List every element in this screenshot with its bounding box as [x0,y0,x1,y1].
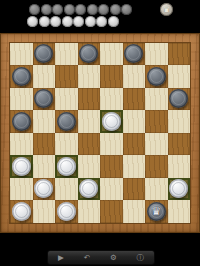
checkers-board: ♛ [0,33,200,233]
black-tray-piece [29,4,40,15]
square-r1c5[interactable] [100,43,123,66]
turn-indicator: ♛ [160,3,173,16]
black-tray-piece [64,4,75,15]
play-button[interactable]: ▶ [58,251,64,264]
black-man[interactable] [12,112,31,131]
square-r3c5[interactable] [100,88,123,111]
square-r8c7[interactable]: ♛ [145,200,168,223]
king-crown-icon: ♛ [151,206,161,217]
square-r5c4[interactable] [78,133,101,156]
black-tray-piece [41,4,52,15]
white-tray-piece [50,16,61,27]
square-r2c8[interactable] [168,65,191,88]
black-king[interactable]: ♛ [147,202,166,221]
square-r7c3[interactable] [55,178,78,201]
square-r7c4[interactable] [78,178,101,201]
white-man[interactable] [169,179,188,198]
square-r1c6[interactable] [123,43,146,66]
square-r7c1[interactable] [10,178,33,201]
square-r4c1[interactable] [10,110,33,133]
white-tray-piece [96,16,107,27]
square-r6c4[interactable] [78,155,101,178]
square-r3c2[interactable] [33,88,56,111]
square-r3c6[interactable] [123,88,146,111]
square-r6c6[interactable] [123,155,146,178]
white-tray-piece [27,16,38,27]
white-tray-piece [73,16,84,27]
square-r6c5[interactable] [100,155,123,178]
square-r7c5[interactable] [100,178,123,201]
square-r6c8[interactable] [168,155,191,178]
square-r8c4[interactable] [78,200,101,223]
square-r3c3[interactable] [55,88,78,111]
square-r5c7[interactable] [145,133,168,156]
settings-button[interactable]: ⚙ [110,251,117,264]
black-man[interactable] [34,44,53,63]
square-r8c3[interactable] [55,200,78,223]
white-man[interactable] [79,179,98,198]
square-r1c2[interactable] [33,43,56,66]
square-r3c8[interactable] [168,88,191,111]
white-man[interactable] [57,157,76,176]
square-r2c3[interactable] [55,65,78,88]
black-man[interactable] [169,89,188,108]
white-man[interactable] [102,112,121,131]
square-r2c5[interactable] [100,65,123,88]
square-r1c7[interactable] [145,43,168,66]
black-tray-piece [110,4,121,15]
white-king-icon: ♛ [163,6,170,14]
black-tray-piece [87,4,98,15]
white-tray-piece [108,16,119,27]
square-r1c1[interactable] [10,43,33,66]
square-r4c5[interactable] [100,110,123,133]
square-r5c1[interactable] [10,133,33,156]
square-r6c1[interactable] [10,155,33,178]
square-r1c3[interactable] [55,43,78,66]
white-man[interactable] [12,157,31,176]
square-r6c2[interactable] [33,155,56,178]
square-r8c8[interactable] [168,200,191,223]
undo-button[interactable]: ↶ [84,251,90,264]
white-tray-piece [85,16,96,27]
white-man[interactable] [34,179,53,198]
square-r2c4[interactable] [78,65,101,88]
square-r3c7[interactable] [145,88,168,111]
square-r6c3[interactable] [55,155,78,178]
square-r7c7[interactable] [145,178,168,201]
black-man[interactable] [12,67,31,86]
square-r7c8[interactable] [168,178,191,201]
black-tray-piece [98,4,109,15]
square-r8c2[interactable] [33,200,56,223]
square-r8c5[interactable] [100,200,123,223]
square-r4c4[interactable] [78,110,101,133]
square-r4c2[interactable] [33,110,56,133]
black-man[interactable] [57,112,76,131]
black-man[interactable] [79,44,98,63]
white-tray-piece [62,16,73,27]
square-r2c1[interactable] [10,65,33,88]
white-man[interactable] [57,202,76,221]
square-r4c8[interactable] [168,110,191,133]
square-r2c6[interactable] [123,65,146,88]
square-r5c6[interactable] [123,133,146,156]
black-tray-piece [75,4,86,15]
white-tray-piece [39,16,50,27]
square-r4c6[interactable] [123,110,146,133]
black-man[interactable] [147,67,166,86]
square-r1c8[interactable] [168,43,191,66]
square-r4c7[interactable] [145,110,168,133]
square-r4c3[interactable] [55,110,78,133]
black-tray-piece [121,4,132,15]
square-r5c2[interactable] [33,133,56,156]
square-r3c1[interactable] [10,88,33,111]
board-squares: ♛ [10,43,190,223]
square-r2c7[interactable] [145,65,168,88]
square-r2c2[interactable] [33,65,56,88]
white-man[interactable] [12,202,31,221]
bottom-toolbar: ▶ ↶ ⚙ ⓘ [47,250,155,265]
square-r8c6[interactable] [123,200,146,223]
square-r5c3[interactable] [55,133,78,156]
square-r3c4[interactable] [78,88,101,111]
square-r6c7[interactable] [145,155,168,178]
info-button[interactable]: ⓘ [137,251,145,264]
square-r5c5[interactable] [100,133,123,156]
square-r5c8[interactable] [168,133,191,156]
black-pieces-tray [29,4,132,15]
square-r7c6[interactable] [123,178,146,201]
black-man[interactable] [124,44,143,63]
square-r7c2[interactable] [33,178,56,201]
black-man[interactable] [34,89,53,108]
square-r1c4[interactable] [78,43,101,66]
black-tray-piece [52,4,63,15]
square-r8c1[interactable] [10,200,33,223]
white-pieces-tray [27,16,119,27]
